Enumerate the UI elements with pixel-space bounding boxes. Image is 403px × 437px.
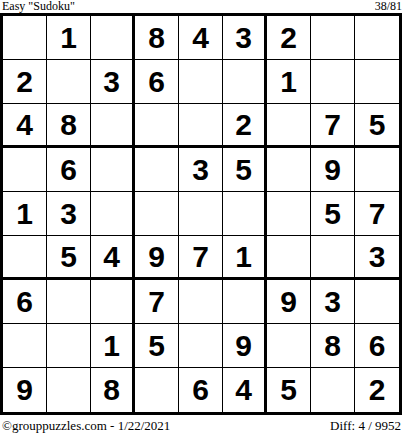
cell-r1c4: 8 <box>135 16 179 60</box>
cell-r5c3[interactable] <box>91 192 135 236</box>
cell-r2c1: 2 <box>3 60 47 104</box>
cell-r8c6: 9 <box>223 324 267 368</box>
cell-r9c3: 8 <box>91 368 135 412</box>
cell-r7c6[interactable] <box>223 280 267 324</box>
cell-r8c5[interactable] <box>179 324 223 368</box>
cell-r8c3: 1 <box>91 324 135 368</box>
cell-r5c4[interactable] <box>135 192 179 236</box>
cell-r1c6: 3 <box>223 16 267 60</box>
difficulty-rating: Diff: 4 / 9952 <box>330 419 401 433</box>
cell-r6c1[interactable] <box>3 236 47 280</box>
cell-r3c9: 5 <box>355 104 399 148</box>
cell-r2c2[interactable] <box>47 60 91 104</box>
cell-r2c7: 1 <box>267 60 311 104</box>
cell-r3c7[interactable] <box>267 104 311 148</box>
cell-r6c2: 5 <box>47 236 91 280</box>
cell-r6c6: 1 <box>223 236 267 280</box>
cell-r8c8: 8 <box>311 324 355 368</box>
cell-r2c6[interactable] <box>223 60 267 104</box>
cell-r3c4[interactable] <box>135 104 179 148</box>
cell-r1c2: 1 <box>47 16 91 60</box>
cell-r4c9[interactable] <box>355 148 399 192</box>
cell-r7c1: 6 <box>3 280 47 324</box>
cell-r9c6: 4 <box>223 368 267 412</box>
cell-r7c2[interactable] <box>47 280 91 324</box>
cell-r8c1[interactable] <box>3 324 47 368</box>
cell-r6c8[interactable] <box>311 236 355 280</box>
cell-r5c6[interactable] <box>223 192 267 236</box>
cell-r8c2[interactable] <box>47 324 91 368</box>
sudoku-board: 1843223614827563591357549713679315986986… <box>0 13 402 415</box>
cell-r9c8[interactable] <box>311 368 355 412</box>
cell-r4c1[interactable] <box>3 148 47 192</box>
cell-r3c1: 4 <box>3 104 47 148</box>
cell-r5c1: 1 <box>3 192 47 236</box>
cell-r8c7[interactable] <box>267 324 311 368</box>
cell-r2c3: 3 <box>91 60 135 104</box>
cell-r5c8: 5 <box>311 192 355 236</box>
cell-r4c8: 9 <box>311 148 355 192</box>
cell-r9c7: 5 <box>267 368 311 412</box>
page-footer: ©grouppuzzles.com - 1/22/2021 Diff: 4 / … <box>0 415 403 437</box>
cell-r7c7: 9 <box>267 280 311 324</box>
cell-r1c9[interactable] <box>355 16 399 60</box>
copyright-date: ©grouppuzzles.com - 1/22/2021 <box>2 419 170 433</box>
cell-r9c9: 2 <box>355 368 399 412</box>
cell-r2c8[interactable] <box>311 60 355 104</box>
cell-r2c5[interactable] <box>179 60 223 104</box>
cell-r7c8: 3 <box>311 280 355 324</box>
cell-r8c9: 6 <box>355 324 399 368</box>
cell-r3c6: 2 <box>223 104 267 148</box>
cell-r7c4: 7 <box>135 280 179 324</box>
cell-r4c4[interactable] <box>135 148 179 192</box>
cell-r9c5: 6 <box>179 368 223 412</box>
cell-r9c4[interactable] <box>135 368 179 412</box>
cell-r7c9[interactable] <box>355 280 399 324</box>
cell-r3c2: 8 <box>47 104 91 148</box>
cell-r9c1: 9 <box>3 368 47 412</box>
cell-r5c9: 7 <box>355 192 399 236</box>
cell-r1c8[interactable] <box>311 16 355 60</box>
cell-r3c8: 7 <box>311 104 355 148</box>
cell-r7c5[interactable] <box>179 280 223 324</box>
cell-r7c3[interactable] <box>91 280 135 324</box>
cell-r4c3[interactable] <box>91 148 135 192</box>
cell-r1c7: 2 <box>267 16 311 60</box>
cell-r4c2: 6 <box>47 148 91 192</box>
cell-r6c9: 3 <box>355 236 399 280</box>
cell-r8c4: 5 <box>135 324 179 368</box>
cell-r3c3[interactable] <box>91 104 135 148</box>
cell-r1c3[interactable] <box>91 16 135 60</box>
cell-r1c5: 4 <box>179 16 223 60</box>
cell-r6c5: 7 <box>179 236 223 280</box>
sudoku-grid: 1843223614827563591357549713679315986986… <box>3 16 399 412</box>
cell-r5c2: 3 <box>47 192 91 236</box>
cell-r1c1[interactable] <box>3 16 47 60</box>
page-header: Easy "Sudoku" 38/81 <box>0 0 403 13</box>
cell-r6c4: 9 <box>135 236 179 280</box>
cell-r2c4: 6 <box>135 60 179 104</box>
cells-remaining-counter: 38/81 <box>375 0 402 12</box>
cell-r4c5: 3 <box>179 148 223 192</box>
cell-r3c5[interactable] <box>179 104 223 148</box>
cell-r6c3: 4 <box>91 236 135 280</box>
cell-r5c7[interactable] <box>267 192 311 236</box>
cell-r2c9[interactable] <box>355 60 399 104</box>
cell-r6c7[interactable] <box>267 236 311 280</box>
cell-r9c2[interactable] <box>47 368 91 412</box>
cell-r4c6: 5 <box>223 148 267 192</box>
cell-r5c5[interactable] <box>179 192 223 236</box>
puzzle-title: Easy "Sudoku" <box>2 0 75 12</box>
cell-r4c7[interactable] <box>267 148 311 192</box>
